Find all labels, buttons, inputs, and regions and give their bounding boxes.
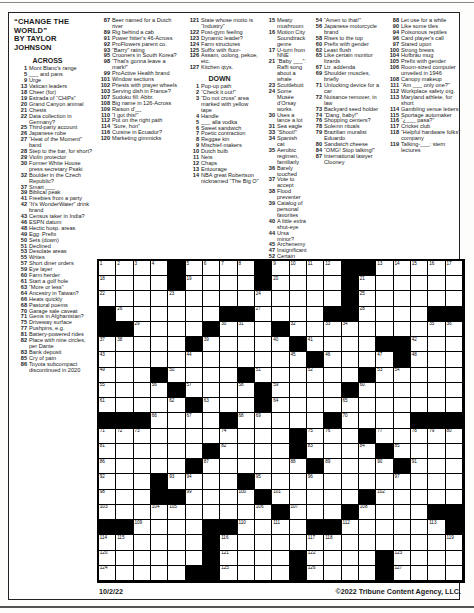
- grid-cell[interactable]: [290, 307, 307, 322]
- grid-cell[interactable]: [307, 505, 324, 520]
- grid-cell[interactable]: [134, 551, 151, 566]
- grid-cell[interactable]: 23: [168, 291, 185, 306]
- grid-cell[interactable]: [290, 535, 307, 550]
- grid-cell[interactable]: [394, 322, 411, 337]
- grid-cell[interactable]: [359, 474, 376, 489]
- grid-cell[interactable]: [168, 322, 185, 337]
- grid-cell[interactable]: [307, 276, 324, 291]
- grid-cell[interactable]: [134, 398, 151, 413]
- grid-cell[interactable]: [394, 276, 411, 291]
- grid-cell[interactable]: 45: [290, 352, 307, 367]
- grid-cell[interactable]: [134, 505, 151, 520]
- grid-cell[interactable]: 11: [307, 261, 324, 276]
- grid-cell[interactable]: 48: [411, 352, 428, 367]
- grid-cell[interactable]: [220, 505, 237, 520]
- grid-cell[interactable]: 9: [272, 261, 289, 276]
- grid-cell[interactable]: [394, 505, 411, 520]
- grid-cell[interactable]: 50: [168, 368, 185, 383]
- grid-cell[interactable]: [342, 566, 359, 581]
- grid-cell[interactable]: 52: [307, 368, 324, 383]
- grid-cell[interactable]: 75: [307, 429, 324, 444]
- grid-cell[interactable]: 55: [99, 383, 116, 398]
- grid-cell[interactable]: [359, 566, 376, 581]
- grid-cell[interactable]: 20: [272, 276, 289, 291]
- grid-cell[interactable]: 10: [290, 261, 307, 276]
- grid-cell[interactable]: [203, 490, 220, 505]
- grid-cell[interactable]: [272, 551, 289, 566]
- grid-cell[interactable]: 6: [203, 261, 220, 276]
- grid-cell[interactable]: [428, 352, 445, 367]
- grid-cell[interactable]: [376, 520, 393, 535]
- grid-cell[interactable]: [168, 520, 185, 535]
- grid-cell[interactable]: [220, 459, 237, 474]
- grid-cell[interactable]: [307, 322, 324, 337]
- grid-cell[interactable]: 57: [186, 383, 203, 398]
- grid-cell[interactable]: [376, 474, 393, 489]
- grid-cell[interactable]: [411, 505, 428, 520]
- grid-cell[interactable]: [238, 398, 255, 413]
- grid-cell[interactable]: [411, 566, 428, 581]
- grid-cell[interactable]: [359, 459, 376, 474]
- grid-cell[interactable]: [428, 383, 445, 398]
- grid-cell[interactable]: [116, 352, 133, 367]
- grid-cell[interactable]: [342, 429, 359, 444]
- grid-cell[interactable]: [116, 474, 133, 489]
- grid-cell[interactable]: 43: [99, 352, 116, 367]
- grid-cell[interactable]: 77: [376, 429, 393, 444]
- grid-cell[interactable]: [255, 444, 272, 459]
- grid-cell[interactable]: 54: [394, 368, 411, 383]
- grid-cell[interactable]: 71: [99, 429, 116, 444]
- grid-cell[interactable]: 78: [411, 429, 428, 444]
- grid-cell[interactable]: [324, 383, 341, 398]
- grid-cell[interactable]: 79: [428, 429, 445, 444]
- grid-cell[interactable]: [116, 276, 133, 291]
- grid-cell[interactable]: 17: [446, 261, 463, 276]
- grid-cell[interactable]: [446, 398, 463, 413]
- grid-cell[interactable]: 5: [186, 261, 203, 276]
- grid-cell[interactable]: [238, 337, 255, 352]
- grid-cell[interactable]: [238, 505, 255, 520]
- grid-cell[interactable]: [411, 520, 428, 535]
- grid-cell[interactable]: 18: [99, 276, 116, 291]
- grid-cell[interactable]: [324, 276, 341, 291]
- grid-cell[interactable]: 122: [307, 551, 324, 566]
- grid-cell[interactable]: [203, 291, 220, 306]
- grid-cell[interactable]: [376, 307, 393, 322]
- grid-cell[interactable]: 35: [428, 322, 445, 337]
- grid-cell[interactable]: [220, 337, 237, 352]
- grid-cell[interactable]: [324, 444, 341, 459]
- grid-cell[interactable]: 27: [255, 307, 272, 322]
- grid-cell[interactable]: [186, 322, 203, 337]
- grid-cell[interactable]: [203, 276, 220, 291]
- grid-cell[interactable]: [307, 490, 324, 505]
- grid-cell[interactable]: 37: [99, 337, 116, 352]
- grid-cell[interactable]: [376, 398, 393, 413]
- grid-cell[interactable]: [376, 383, 393, 398]
- grid-cell[interactable]: 93: [168, 474, 185, 489]
- grid-cell[interactable]: [428, 337, 445, 352]
- grid-cell[interactable]: [255, 459, 272, 474]
- grid-cell[interactable]: [238, 276, 255, 291]
- grid-cell[interactable]: 92: [99, 474, 116, 489]
- grid-cell[interactable]: [168, 444, 185, 459]
- grid-cell[interactable]: 73: [134, 429, 151, 444]
- grid-cell[interactable]: [203, 307, 220, 322]
- grid-cell[interactable]: [134, 444, 151, 459]
- grid-cell[interactable]: 64: [272, 398, 289, 413]
- grid-cell[interactable]: [359, 337, 376, 352]
- grid-cell[interactable]: 70: [342, 413, 359, 428]
- grid-cell[interactable]: 66: [151, 413, 168, 428]
- grid-cell[interactable]: [238, 566, 255, 581]
- grid-cell[interactable]: [324, 551, 341, 566]
- grid-cell[interactable]: [359, 413, 376, 428]
- grid-cell[interactable]: [428, 490, 445, 505]
- grid-cell[interactable]: [411, 307, 428, 322]
- grid-cell[interactable]: [220, 368, 237, 383]
- grid-cell[interactable]: [394, 398, 411, 413]
- grid-cell[interactable]: [272, 413, 289, 428]
- grid-cell[interactable]: [272, 307, 289, 322]
- grid-cell[interactable]: 58: [238, 383, 255, 398]
- grid-cell[interactable]: [151, 337, 168, 352]
- grid-cell[interactable]: 106: [255, 505, 272, 520]
- grid-cell[interactable]: [307, 413, 324, 428]
- grid-cell[interactable]: [186, 444, 203, 459]
- grid-cell[interactable]: 56: [151, 383, 168, 398]
- grid-cell[interactable]: 39: [203, 337, 220, 352]
- grid-cell[interactable]: 62: [168, 398, 185, 413]
- grid-cell[interactable]: [272, 566, 289, 581]
- grid-cell[interactable]: [342, 535, 359, 550]
- grid-cell[interactable]: 4: [151, 261, 168, 276]
- grid-cell[interactable]: 87: [203, 459, 220, 474]
- grid-cell[interactable]: [290, 276, 307, 291]
- grid-cell[interactable]: [168, 413, 185, 428]
- grid-cell[interactable]: 88: [290, 459, 307, 474]
- grid-cell[interactable]: [151, 429, 168, 444]
- grid-cell[interactable]: [203, 383, 220, 398]
- grid-cell[interactable]: [134, 307, 151, 322]
- grid-cell[interactable]: 127: [394, 566, 411, 581]
- grid-cell[interactable]: [134, 566, 151, 581]
- grid-cell[interactable]: 24: [255, 291, 272, 306]
- grid-cell[interactable]: [255, 520, 272, 535]
- grid-cell[interactable]: [446, 337, 463, 352]
- grid-cell[interactable]: 118: [324, 535, 341, 550]
- grid-cell[interactable]: [411, 490, 428, 505]
- grid-cell[interactable]: 31: [238, 322, 255, 337]
- grid-cell[interactable]: 30: [220, 322, 237, 337]
- grid-cell[interactable]: [411, 291, 428, 306]
- grid-cell[interactable]: [394, 429, 411, 444]
- grid-cell[interactable]: [151, 520, 168, 535]
- grid-cell[interactable]: [116, 444, 133, 459]
- grid-cell[interactable]: [446, 291, 463, 306]
- grid-cell[interactable]: [186, 551, 203, 566]
- grid-cell[interactable]: [238, 444, 255, 459]
- grid-cell[interactable]: 41: [307, 337, 324, 352]
- grid-cell[interactable]: 125: [220, 566, 237, 581]
- grid-cell[interactable]: 29: [134, 322, 151, 337]
- grid-cell[interactable]: 51: [255, 368, 272, 383]
- grid-cell[interactable]: 82: [220, 444, 237, 459]
- grid-cell[interactable]: [359, 520, 376, 535]
- grid-cell[interactable]: [116, 368, 133, 383]
- grid-cell[interactable]: [220, 490, 237, 505]
- grid-cell[interactable]: 112: [342, 520, 359, 535]
- grid-cell[interactable]: [168, 535, 185, 550]
- grid-cell[interactable]: [290, 368, 307, 383]
- grid-cell[interactable]: [272, 474, 289, 489]
- grid-cell[interactable]: [324, 368, 341, 383]
- grid-cell[interactable]: [272, 368, 289, 383]
- grid-cell[interactable]: 38: [116, 337, 133, 352]
- grid-cell[interactable]: [342, 474, 359, 489]
- grid-cell[interactable]: [307, 383, 324, 398]
- grid-cell[interactable]: [446, 490, 463, 505]
- grid-cell[interactable]: 99: [186, 490, 203, 505]
- grid-cell[interactable]: [116, 566, 133, 581]
- grid-cell[interactable]: [116, 551, 133, 566]
- grid-cell[interactable]: 15: [411, 261, 428, 276]
- grid-cell[interactable]: [151, 322, 168, 337]
- grid-cell[interactable]: [342, 490, 359, 505]
- grid-cell[interactable]: 111: [272, 520, 289, 535]
- grid-cell[interactable]: 117: [307, 535, 324, 550]
- grid-cell[interactable]: [290, 398, 307, 413]
- grid-cell[interactable]: 119: [446, 535, 463, 550]
- grid-cell[interactable]: [238, 459, 255, 474]
- grid-cell[interactable]: 124: [99, 566, 116, 581]
- grid-cell[interactable]: [134, 383, 151, 398]
- grid-cell[interactable]: 16: [428, 261, 445, 276]
- grid-cell[interactable]: 76: [324, 429, 341, 444]
- grid-cell[interactable]: [376, 276, 393, 291]
- grid-cell[interactable]: [376, 535, 393, 550]
- grid-cell[interactable]: [168, 429, 185, 444]
- grid-cell[interactable]: [446, 383, 463, 398]
- grid-cell[interactable]: 72: [116, 429, 133, 444]
- grid-cell[interactable]: [151, 291, 168, 306]
- grid-cell[interactable]: 47: [376, 352, 393, 367]
- grid-cell[interactable]: 53: [376, 368, 393, 383]
- grid-cell[interactable]: [428, 474, 445, 489]
- grid-cell[interactable]: 81: [99, 444, 116, 459]
- grid-cell[interactable]: [255, 535, 272, 550]
- grid-cell[interactable]: [203, 505, 220, 520]
- grid-cell[interactable]: [290, 413, 307, 428]
- grid-cell[interactable]: [255, 566, 272, 581]
- grid-cell[interactable]: [116, 505, 133, 520]
- grid-cell[interactable]: [151, 444, 168, 459]
- grid-cell[interactable]: [272, 291, 289, 306]
- grid-cell[interactable]: 121: [220, 551, 237, 566]
- grid-cell[interactable]: [220, 474, 237, 489]
- grid-cell[interactable]: [203, 474, 220, 489]
- grid-cell[interactable]: 36: [446, 322, 463, 337]
- grid-cell[interactable]: [151, 459, 168, 474]
- grid-cell[interactable]: [134, 368, 151, 383]
- grid-cell[interactable]: [446, 368, 463, 383]
- grid-cell[interactable]: [411, 444, 428, 459]
- grid-cell[interactable]: [168, 551, 185, 566]
- grid-cell[interactable]: 59: [272, 383, 289, 398]
- grid-cell[interactable]: [116, 291, 133, 306]
- grid-cell[interactable]: 91: [411, 459, 428, 474]
- grid-cell[interactable]: [394, 291, 411, 306]
- grid-cell[interactable]: [238, 352, 255, 367]
- grid-cell[interactable]: [203, 352, 220, 367]
- grid-cell[interactable]: [446, 459, 463, 474]
- grid-cell[interactable]: [203, 429, 220, 444]
- grid-cell[interactable]: 98: [99, 490, 116, 505]
- grid-cell[interactable]: [255, 322, 272, 337]
- grid-cell[interactable]: [411, 276, 428, 291]
- grid-cell[interactable]: 32: [290, 322, 307, 337]
- grid-cell[interactable]: 46: [324, 352, 341, 367]
- grid-cell[interactable]: [134, 490, 151, 505]
- grid-cell[interactable]: [394, 535, 411, 550]
- grid-cell[interactable]: [116, 490, 133, 505]
- grid-cell[interactable]: [324, 566, 341, 581]
- grid-cell[interactable]: [342, 459, 359, 474]
- grid-cell[interactable]: [428, 398, 445, 413]
- grid-cell[interactable]: [359, 398, 376, 413]
- grid-cell[interactable]: [307, 398, 324, 413]
- grid-cell[interactable]: [376, 413, 393, 428]
- grid-cell[interactable]: [290, 474, 307, 489]
- grid-cell[interactable]: [186, 429, 203, 444]
- grid-cell[interactable]: 90: [376, 459, 393, 474]
- grid-cell[interactable]: [324, 474, 341, 489]
- grid-cell[interactable]: 2: [116, 261, 133, 276]
- grid-cell[interactable]: [446, 551, 463, 566]
- grid-cell[interactable]: [290, 383, 307, 398]
- grid-cell[interactable]: [116, 459, 133, 474]
- grid-cell[interactable]: [272, 535, 289, 550]
- grid-cell[interactable]: 61: [99, 398, 116, 413]
- grid-cell[interactable]: 63: [203, 398, 220, 413]
- grid-cell[interactable]: 104: [151, 505, 168, 520]
- grid-cell[interactable]: [220, 276, 237, 291]
- grid-cell[interactable]: [134, 291, 151, 306]
- grid-cell[interactable]: 65: [342, 398, 359, 413]
- grid-cell[interactable]: [151, 276, 168, 291]
- grid-cell[interactable]: [411, 551, 428, 566]
- grid-cell[interactable]: 126: [307, 566, 324, 581]
- grid-cell[interactable]: 60: [359, 383, 376, 398]
- grid-cell[interactable]: 89: [324, 459, 341, 474]
- grid-cell[interactable]: 40: [272, 337, 289, 352]
- grid-cell[interactable]: [238, 535, 255, 550]
- grid-cell[interactable]: [290, 520, 307, 535]
- grid-cell[interactable]: [272, 429, 289, 444]
- grid-cell[interactable]: [359, 551, 376, 566]
- grid-cell[interactable]: [255, 429, 272, 444]
- grid-cell[interactable]: 49: [99, 368, 116, 383]
- grid-cell[interactable]: [186, 505, 203, 520]
- grid-cell[interactable]: [151, 352, 168, 367]
- grid-cell[interactable]: [446, 474, 463, 489]
- grid-cell[interactable]: [394, 383, 411, 398]
- grid-cell[interactable]: [359, 322, 376, 337]
- grid-cell[interactable]: 96: [307, 474, 324, 489]
- grid-cell[interactable]: [446, 276, 463, 291]
- grid-cell[interactable]: [411, 535, 428, 550]
- grid-cell[interactable]: 84: [359, 444, 376, 459]
- grid-cell[interactable]: [359, 352, 376, 367]
- grid-cell[interactable]: 33: [324, 322, 341, 337]
- grid-cell[interactable]: [116, 383, 133, 398]
- grid-cell[interactable]: [342, 368, 359, 383]
- grid-cell[interactable]: [255, 337, 272, 352]
- grid-cell[interactable]: [394, 490, 411, 505]
- grid-cell[interactable]: [255, 551, 272, 566]
- grid-cell[interactable]: [411, 368, 428, 383]
- grid-cell[interactable]: [134, 337, 151, 352]
- grid-cell[interactable]: 74: [220, 429, 237, 444]
- grid-cell[interactable]: [376, 291, 393, 306]
- grid-cell[interactable]: [186, 291, 203, 306]
- grid-cell[interactable]: [324, 505, 341, 520]
- grid-cell[interactable]: [220, 352, 237, 367]
- grid-cell[interactable]: [203, 368, 220, 383]
- grid-cell[interactable]: [411, 474, 428, 489]
- grid-cell[interactable]: 19: [186, 276, 203, 291]
- grid-cell[interactable]: [168, 459, 185, 474]
- grid-cell[interactable]: [342, 444, 359, 459]
- grid-cell[interactable]: [394, 307, 411, 322]
- grid-cell[interactable]: [151, 535, 168, 550]
- grid-cell[interactable]: 105: [168, 505, 185, 520]
- grid-cell[interactable]: 101: [272, 490, 289, 505]
- grid-cell[interactable]: [203, 413, 220, 428]
- grid-cell[interactable]: [290, 291, 307, 306]
- grid-cell[interactable]: [238, 551, 255, 566]
- grid-cell[interactable]: [272, 444, 289, 459]
- grid-cell[interactable]: [151, 566, 168, 581]
- grid-cell[interactable]: [151, 307, 168, 322]
- grid-cell[interactable]: 83: [307, 444, 324, 459]
- grid-cell[interactable]: [220, 291, 237, 306]
- grid-cell[interactable]: [134, 276, 151, 291]
- grid-cell[interactable]: [342, 337, 359, 352]
- grid-cell[interactable]: [446, 352, 463, 367]
- grid-cell[interactable]: 7: [220, 261, 237, 276]
- grid-cell[interactable]: [428, 368, 445, 383]
- grid-cell[interactable]: [151, 551, 168, 566]
- grid-cell[interactable]: 8: [238, 261, 255, 276]
- grid-cell[interactable]: 1: [99, 261, 116, 276]
- grid-cell[interactable]: [376, 505, 393, 520]
- grid-cell[interactable]: [238, 429, 255, 444]
- grid-cell[interactable]: 80: [446, 429, 463, 444]
- grid-cell[interactable]: [324, 490, 341, 505]
- grid-cell[interactable]: [428, 535, 445, 550]
- grid-cell[interactable]: [168, 352, 185, 367]
- grid-cell[interactable]: [168, 307, 185, 322]
- grid-cell[interactable]: 94: [186, 474, 203, 489]
- grid-cell[interactable]: [324, 291, 341, 306]
- grid-cell[interactable]: [134, 352, 151, 367]
- grid-cell[interactable]: [220, 398, 237, 413]
- grid-cell[interactable]: 109: [134, 520, 151, 535]
- grid-cell[interactable]: [186, 307, 203, 322]
- grid-cell[interactable]: [272, 459, 289, 474]
